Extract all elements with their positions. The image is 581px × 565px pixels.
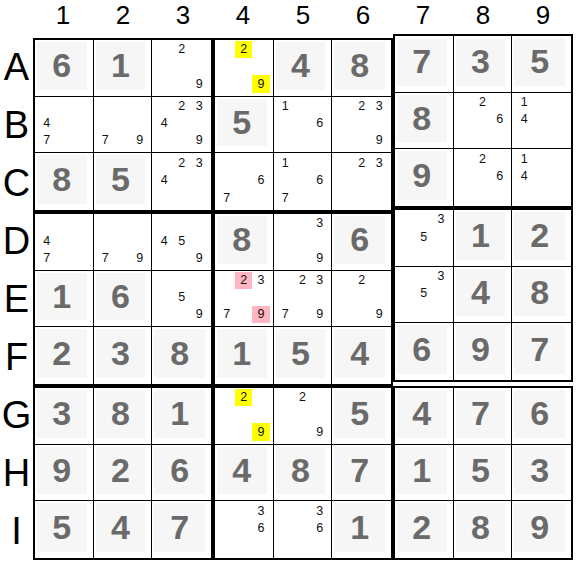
candidate-2: 2 <box>353 272 371 289</box>
candidate-slot <box>353 132 371 149</box>
column-label-1: 1 <box>33 0 93 32</box>
cell-F4[interactable]: 1 <box>215 327 274 384</box>
candidate-slot <box>252 389 269 406</box>
candidate-1: 1 <box>277 98 294 115</box>
candidate-slot <box>415 245 432 262</box>
candidate-slot <box>218 58 235 75</box>
candidate-3: 3 <box>370 98 388 115</box>
candidates: 2379 <box>218 272 270 324</box>
candidates: 29 <box>218 41 270 93</box>
cell-I8[interactable]: 8 <box>454 501 513 558</box>
candidate-slot <box>294 306 311 323</box>
candidate-slot <box>432 285 449 302</box>
candidate-6: 6 <box>491 111 508 128</box>
candidates: 36 <box>277 502 329 555</box>
candidate-slot <box>190 232 208 249</box>
candidate-slot <box>294 289 311 306</box>
candidate-slot <box>218 520 235 538</box>
cell-I6[interactable]: 1 <box>332 501 391 558</box>
candidate-slot <box>415 211 432 228</box>
cell-D2[interactable]: 79 <box>94 214 153 271</box>
candidates: 59 <box>155 272 208 324</box>
cell-H3[interactable]: 6 <box>152 445 211 502</box>
candidate-slot <box>97 98 114 115</box>
candidate-slot <box>131 115 148 132</box>
candidate-slot <box>353 115 371 132</box>
candidate-slot <box>550 111 568 128</box>
cell-H6[interactable]: 7 <box>332 445 391 502</box>
cell-B3[interactable]: 2349 <box>152 97 211 154</box>
cell-F3[interactable]: 8 <box>152 327 211 384</box>
candidate-slot <box>155 249 173 266</box>
candidate-slot <box>155 189 173 207</box>
candidate-slot <box>335 115 353 132</box>
column-label-6: 6 <box>333 0 393 32</box>
candidate-slot <box>277 537 294 555</box>
cell-I5[interactable]: 36 <box>274 501 333 558</box>
box-8: 2929548736361 <box>213 386 393 560</box>
candidate-slot <box>294 215 311 232</box>
candidate-slot <box>114 98 131 115</box>
candidate-5: 5 <box>173 289 191 306</box>
candidate-1: 1 <box>277 154 294 172</box>
digit: 9 <box>35 445 93 501</box>
candidates: 239 <box>335 98 388 150</box>
column-label-4: 4 <box>213 0 273 32</box>
digit: 2 <box>512 210 571 266</box>
candidate-slot <box>218 75 235 92</box>
candidate-slot <box>252 537 269 555</box>
digit: 4 <box>274 40 332 96</box>
candidate-slot <box>173 58 191 75</box>
cell-E8[interactable]: 4 <box>454 267 513 324</box>
candidate-slot <box>114 215 131 232</box>
cell-C2[interactable]: 5 <box>94 153 153 210</box>
candidate-3: 3 <box>190 98 208 115</box>
cell-F5[interactable]: 5 <box>274 327 333 384</box>
candidate-slot <box>277 289 294 306</box>
cell-A7[interactable]: 7 <box>395 36 454 93</box>
candidate-slot <box>370 272 388 289</box>
cell-I3[interactable]: 7 <box>152 501 211 558</box>
digit: 8 <box>35 153 93 210</box>
cell-B8[interactable]: 26 <box>454 93 513 150</box>
candidate-slot <box>131 98 148 115</box>
candidate-slot <box>173 306 191 323</box>
cell-C3[interactable]: 234 <box>152 153 211 210</box>
column-label-9: 9 <box>513 0 573 32</box>
cell-B4[interactable]: 5 <box>215 97 274 154</box>
candidate-slot <box>294 98 311 115</box>
candidates: 2379 <box>277 272 329 324</box>
digit: 6 <box>94 271 152 327</box>
candidate-slot <box>155 58 173 75</box>
digit: 8 <box>395 93 453 149</box>
cell-B7[interactable]: 8 <box>395 93 454 150</box>
candidate-slot <box>218 502 235 520</box>
candidate-4: 4 <box>155 232 173 249</box>
cell-A3[interactable]: 29 <box>152 40 211 97</box>
candidate-2: 2 <box>294 389 311 406</box>
cell-B2[interactable]: 79 <box>94 97 153 154</box>
candidate-3: 3 <box>432 268 449 285</box>
cell-G7[interactable]: 4 <box>395 388 454 445</box>
digit: 4 <box>215 445 273 501</box>
candidate-6: 6 <box>252 520 269 538</box>
box-3: 7358261492614 <box>393 34 573 208</box>
cell-H7[interactable]: 1 <box>395 445 454 502</box>
candidate-slot <box>218 272 235 289</box>
column-label-5: 5 <box>273 0 333 32</box>
cell-H1[interactable]: 9 <box>35 445 94 502</box>
candidate-4: 4 <box>155 172 173 190</box>
candidate-slot <box>190 272 208 289</box>
digit: 5 <box>274 327 332 384</box>
candidate-slot <box>311 154 328 172</box>
candidate-slot <box>335 172 353 190</box>
column-label-2: 2 <box>93 0 153 32</box>
row-label-I: I <box>0 502 33 560</box>
candidate-slot <box>432 245 449 262</box>
row-label-B: B <box>0 96 33 154</box>
candidate-slot <box>432 228 449 245</box>
candidate-2: 2 <box>353 98 371 115</box>
candidate-slot <box>457 111 474 128</box>
cell-H5[interactable]: 8 <box>274 445 333 502</box>
candidate-7: 7 <box>38 249 55 266</box>
column-label-8: 8 <box>453 0 513 32</box>
cell-F1[interactable]: 2 <box>35 327 94 384</box>
cell-F9[interactable]: 7 <box>512 323 571 380</box>
candidate-slot <box>218 423 235 440</box>
candidate-slot <box>335 132 353 149</box>
candidate-slot <box>155 75 173 92</box>
cell-A9[interactable]: 5 <box>512 36 571 93</box>
cell-A8[interactable]: 3 <box>454 36 513 93</box>
cell-D4[interactable]: 8 <box>215 214 274 271</box>
digit: 6 <box>512 388 571 444</box>
cell-A4[interactable]: 29 <box>215 40 274 97</box>
candidate-slot <box>335 98 353 115</box>
candidate-9: 9 <box>311 306 328 323</box>
candidate-slot <box>550 94 568 111</box>
candidate-slot <box>218 537 235 555</box>
candidates: 2349 <box>155 98 208 150</box>
candidate-slot <box>155 41 173 58</box>
digit: 8 <box>512 267 571 323</box>
candidate-9: 9 <box>311 423 328 440</box>
candidate-slot <box>294 537 311 555</box>
candidate-slot <box>294 406 311 423</box>
candidate-slot <box>491 150 508 168</box>
candidate-slot <box>235 423 252 440</box>
digit: 4 <box>395 388 453 444</box>
candidate-slot <box>55 115 72 132</box>
cell-I9[interactable]: 9 <box>512 501 571 558</box>
candidate-slot <box>533 111 551 128</box>
candidate-slot <box>370 289 388 306</box>
digit: 3 <box>512 445 571 501</box>
digit: 9 <box>512 501 571 558</box>
cell-F8[interactable]: 9 <box>454 323 513 380</box>
candidate-slot <box>277 406 294 423</box>
digit: 8 <box>454 501 512 558</box>
digit: 9 <box>454 323 512 380</box>
candidate-slot <box>370 115 388 132</box>
candidate-1: 1 <box>515 94 533 111</box>
candidate-slot <box>252 189 269 207</box>
candidate-9: 9 <box>131 132 148 149</box>
cell-C7[interactable]: 9 <box>395 149 454 206</box>
candidate-slot <box>474 128 491 145</box>
cell-A6[interactable]: 8 <box>332 40 391 97</box>
cell-E9[interactable]: 8 <box>512 267 571 324</box>
candidate-9: 9 <box>190 75 208 92</box>
candidate-slot <box>131 232 148 249</box>
candidates: 26 <box>457 94 509 146</box>
candidate-slot <box>491 128 508 145</box>
cell-E3[interactable]: 59 <box>152 271 211 328</box>
candidate-4: 4 <box>515 168 533 186</box>
candidate-slot <box>155 98 173 115</box>
candidate-6: 6 <box>311 520 328 538</box>
candidate-slot <box>277 520 294 538</box>
cell-F2[interactable]: 3 <box>94 327 153 384</box>
digit: 5 <box>512 36 571 92</box>
candidate-slot <box>533 128 551 145</box>
cell-E6[interactable]: 29 <box>332 271 391 328</box>
candidate-slot <box>218 389 235 406</box>
candidate-slot <box>335 272 353 289</box>
candidate-slot <box>311 189 328 207</box>
candidate-slot <box>294 249 311 266</box>
candidate-slot <box>533 150 551 168</box>
candidate-3: 3 <box>311 272 328 289</box>
candidate-9: 9 <box>190 132 208 149</box>
cell-C9[interactable]: 14 <box>512 149 571 206</box>
cell-F6[interactable]: 4 <box>332 327 391 384</box>
cell-I4[interactable]: 36 <box>215 501 274 558</box>
cell-D9[interactable]: 2 <box>512 210 571 267</box>
cell-G1[interactable]: 3 <box>35 388 94 445</box>
row-label-D: D <box>0 212 33 270</box>
cell-G3[interactable]: 1 <box>152 388 211 445</box>
candidate-9: 9 <box>252 75 269 92</box>
cell-I1[interactable]: 5 <box>35 501 94 558</box>
candidate-slot <box>398 211 415 228</box>
candidate-slot <box>252 41 269 58</box>
candidate-4: 4 <box>38 232 55 249</box>
cell-B9[interactable]: 14 <box>512 93 571 150</box>
candidate-slot <box>533 94 551 111</box>
candidate-2: 2 <box>474 150 491 168</box>
digit: 5 <box>215 97 273 153</box>
candidate-3: 3 <box>432 211 449 228</box>
candidate-slot <box>474 111 491 128</box>
candidate-slot <box>173 132 191 149</box>
cell-D6[interactable]: 6 <box>332 214 391 271</box>
candidate-slot <box>55 232 72 249</box>
candidate-slot <box>155 132 173 149</box>
cell-E7[interactable]: 35 <box>395 267 454 324</box>
candidate-slot <box>277 389 294 406</box>
candidates: 16 <box>277 98 329 150</box>
candidate-slot <box>294 189 311 207</box>
digit: 5 <box>94 153 152 210</box>
candidate-9: 9 <box>190 306 208 323</box>
candidate-slot <box>252 58 269 75</box>
cell-G8[interactable]: 7 <box>454 388 513 445</box>
candidate-slot <box>311 232 328 249</box>
candidate-9: 9 <box>370 306 388 323</box>
cell-G5[interactable]: 29 <box>274 388 333 445</box>
cell-G9[interactable]: 6 <box>512 388 571 445</box>
candidate-slot <box>311 98 328 115</box>
candidate-slot <box>294 154 311 172</box>
candidate-slot <box>277 423 294 440</box>
candidate-9: 9 <box>311 249 328 266</box>
candidate-slot <box>294 132 311 149</box>
row-labels: ABCDEFGHI <box>0 38 33 560</box>
candidate-slot <box>294 502 311 520</box>
cell-C8[interactable]: 26 <box>454 149 513 206</box>
box-6: 35123548697 <box>393 208 573 382</box>
candidate-2: 2 <box>173 154 191 172</box>
digit: 4 <box>454 267 512 323</box>
candidate-slot <box>533 168 551 186</box>
candidate-slot <box>550 150 568 168</box>
digit: 2 <box>35 327 93 384</box>
candidate-slot <box>218 172 235 190</box>
cell-I7[interactable]: 2 <box>395 501 454 558</box>
cell-H8[interactable]: 5 <box>454 445 513 502</box>
cell-A5[interactable]: 4 <box>274 40 333 97</box>
cell-C4[interactable]: 67 <box>215 153 274 210</box>
box-9: 476153289 <box>393 386 573 560</box>
cell-D1[interactable]: 47 <box>35 214 94 271</box>
candidate-2: 2 <box>235 389 252 406</box>
candidate-slot <box>252 406 269 423</box>
candidates: 14 <box>515 94 568 146</box>
candidate-slot <box>235 289 252 306</box>
row-label-H: H <box>0 444 33 502</box>
cell-G6[interactable]: 5 <box>332 388 391 445</box>
digit: 2 <box>94 445 152 501</box>
digit: 4 <box>332 327 391 384</box>
candidates: 167 <box>277 154 329 207</box>
cell-A2[interactable]: 1 <box>94 40 153 97</box>
candidate-slot <box>235 520 252 538</box>
cell-D5[interactable]: 39 <box>274 214 333 271</box>
cell-D7[interactable]: 35 <box>395 210 454 267</box>
candidate-slot <box>311 537 328 555</box>
candidate-slot <box>277 249 294 266</box>
digit: 3 <box>454 36 512 92</box>
digit: 1 <box>35 271 93 327</box>
cell-G4[interactable]: 29 <box>215 388 274 445</box>
candidate-3: 3 <box>311 215 328 232</box>
candidate-slot <box>72 98 89 115</box>
candidate-slot <box>155 154 173 172</box>
candidate-slot <box>55 132 72 149</box>
candidate-slot <box>38 98 55 115</box>
candidate-slot <box>311 389 328 406</box>
cell-C5[interactable]: 167 <box>274 153 333 210</box>
candidate-slot <box>72 132 89 149</box>
cell-H9[interactable]: 3 <box>512 445 571 502</box>
candidate-slot <box>311 289 328 306</box>
digit: 6 <box>35 40 93 96</box>
candidate-slot <box>97 215 114 232</box>
digit: 1 <box>215 327 273 384</box>
digit: 4 <box>94 501 152 558</box>
candidate-slot <box>235 537 252 555</box>
cell-E1[interactable]: 1 <box>35 271 94 328</box>
digit: 8 <box>274 445 332 501</box>
candidate-slot <box>72 215 89 232</box>
candidate-slot <box>218 41 235 58</box>
cell-H4[interactable]: 4 <box>215 445 274 502</box>
candidate-slot <box>190 215 208 232</box>
candidate-slot <box>235 172 252 190</box>
candidate-slot <box>38 215 55 232</box>
candidate-slot <box>218 154 235 172</box>
cell-C6[interactable]: 23 <box>332 153 391 210</box>
cell-D8[interactable]: 1 <box>454 210 513 267</box>
candidate-2: 2 <box>235 41 252 58</box>
digit: 2 <box>395 501 453 558</box>
candidate-slot <box>114 249 131 266</box>
candidate-slot <box>235 406 252 423</box>
cell-B5[interactable]: 16 <box>274 97 333 154</box>
cell-F7[interactable]: 6 <box>395 323 454 380</box>
cell-E2[interactable]: 6 <box>94 271 153 328</box>
candidate-slot <box>155 272 173 289</box>
cell-H2[interactable]: 2 <box>94 445 153 502</box>
candidate-9: 9 <box>252 306 269 323</box>
row-label-F: F <box>0 328 33 386</box>
candidate-slot <box>294 232 311 249</box>
cell-G2[interactable]: 8 <box>94 388 153 445</box>
candidate-slot <box>515 128 533 145</box>
candidate-slot <box>335 189 353 207</box>
candidate-slot <box>550 168 568 186</box>
cell-B1[interactable]: 47 <box>35 97 94 154</box>
candidate-slot <box>335 289 353 306</box>
cell-D3[interactable]: 459 <box>152 214 211 271</box>
candidate-slot <box>114 232 131 249</box>
cell-I2[interactable]: 4 <box>94 501 153 558</box>
candidate-6: 6 <box>311 172 328 190</box>
candidates: 36 <box>218 502 270 555</box>
cell-E4[interactable]: 2379 <box>215 271 274 328</box>
candidate-3: 3 <box>311 502 328 520</box>
candidate-7: 7 <box>218 189 235 207</box>
candidate-slot <box>335 154 353 172</box>
cell-C1[interactable]: 8 <box>35 153 94 210</box>
candidate-slot <box>72 115 89 132</box>
candidate-slot <box>277 115 294 132</box>
candidate-slot <box>457 94 474 111</box>
candidate-5: 5 <box>173 232 191 249</box>
cell-E5[interactable]: 2379 <box>274 271 333 328</box>
candidate-slot <box>353 306 371 323</box>
cell-A1[interactable]: 6 <box>35 40 94 97</box>
candidates: 35 <box>398 268 450 320</box>
candidate-slot <box>235 58 252 75</box>
cell-B6[interactable]: 239 <box>332 97 391 154</box>
candidate-slot <box>235 75 252 92</box>
